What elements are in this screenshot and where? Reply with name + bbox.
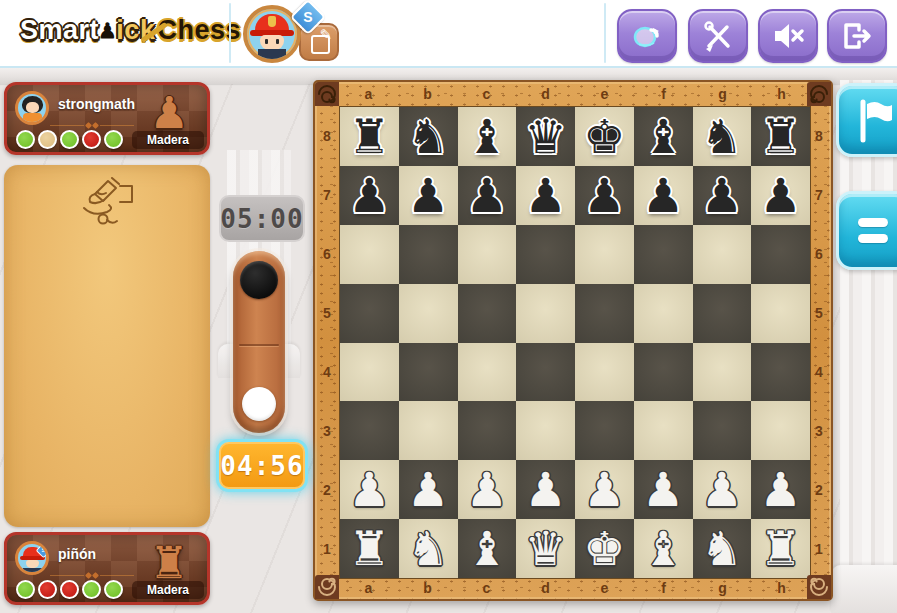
background-pillar-right <box>840 80 897 613</box>
performance-dot-tan <box>38 130 57 149</box>
square-a4[interactable] <box>340 343 399 402</box>
coordinate-label: h <box>752 577 811 598</box>
square-g6[interactable] <box>693 225 752 284</box>
topbar-divider <box>229 3 231 63</box>
performance-dot-red <box>38 580 57 599</box>
white-rook-a1[interactable]: ♜ <box>348 525 390 572</box>
coordinate-label: g <box>693 577 752 598</box>
square-g4[interactable] <box>693 343 752 402</box>
mute-button[interactable] <box>758 9 818 63</box>
square-e7[interactable]: ♟ <box>575 166 634 225</box>
coordinate-label: d <box>516 577 575 598</box>
app-logo: Smart♟ickChess <box>20 15 241 46</box>
white-king-e1[interactable]: ♚ <box>583 525 625 572</box>
chess-board: abcdefgh abcdefgh 87654321 87654321 ♜♞♝♛… <box>313 80 833 601</box>
performance-dot-green <box>16 130 35 149</box>
coordinate-label: 8 <box>318 106 336 165</box>
square-d8[interactable]: ♛ <box>516 107 575 166</box>
draw-bars-icon <box>858 218 888 227</box>
coordinate-label: 3 <box>810 402 828 461</box>
black-pawn-h7[interactable]: ♟ <box>760 172 802 219</box>
square-a2[interactable]: ♟ <box>340 460 399 519</box>
performance-dot-red <box>82 130 101 149</box>
square-e3[interactable] <box>575 401 634 460</box>
speaker-muted-icon <box>770 18 806 54</box>
coordinate-label: f <box>634 577 693 598</box>
spiral-ornament-icon <box>315 82 339 106</box>
black-queen-d8[interactable]: ♛ <box>525 113 567 160</box>
black-rook-h8[interactable]: ♜ <box>760 113 802 160</box>
board-squares: ♜♞♝♛♚♝♞♜♟♟♟♟♟♟♟♟♟♟♟♟♟♟♟♟♜♞♝♛♚♝♞♜ <box>339 106 811 579</box>
white-pawn-d2[interactable]: ♟ <box>525 466 567 513</box>
square-a1[interactable]: ♜ <box>340 519 399 578</box>
white-bishop-c1[interactable]: ♝ <box>466 525 508 572</box>
square-a7[interactable]: ♟ <box>340 166 399 225</box>
white-knight-g1[interactable]: ♞ <box>701 525 743 572</box>
jacket <box>258 49 286 61</box>
logo-text-smart: Smart <box>20 15 99 45</box>
white-pawn-f2[interactable]: ♟ <box>642 466 684 513</box>
exit-icon <box>839 18 875 54</box>
pencil-icon: ✎ <box>319 26 332 44</box>
flag-icon <box>851 96 895 144</box>
my-performance-dots <box>16 580 123 599</box>
square-f3[interactable] <box>634 401 693 460</box>
spiral-ornament-icon <box>807 575 831 599</box>
square-f2[interactable]: ♟ <box>634 460 693 519</box>
logo-text-ick: ick <box>116 15 155 45</box>
draw-bars-icon <box>858 234 888 243</box>
coordinate-label: 2 <box>810 461 828 520</box>
square-a6[interactable] <box>340 225 399 284</box>
black-pawn-e7[interactable]: ♟ <box>583 172 625 219</box>
black-bishop-f8[interactable]: ♝ <box>642 113 684 160</box>
square-g8[interactable]: ♞ <box>693 107 752 166</box>
flip-board-button[interactable] <box>617 9 677 63</box>
square-c1[interactable]: ♝ <box>458 519 517 578</box>
coordinate-label: a <box>339 83 398 104</box>
black-king-e8[interactable]: ♚ <box>583 113 625 160</box>
square-d1[interactable]: ♛ <box>516 519 575 578</box>
square-e1[interactable]: ♚ <box>575 519 634 578</box>
opponent-clock-time: 05:00 <box>220 204 303 234</box>
white-queen-d1[interactable]: ♛ <box>525 525 567 572</box>
square-c8[interactable]: ♝ <box>458 107 517 166</box>
square-f5[interactable] <box>634 284 693 343</box>
performance-dot-green <box>104 580 123 599</box>
coordinate-label: 5 <box>318 283 336 342</box>
square-b7[interactable]: ♟ <box>399 166 458 225</box>
white-pawn-a2[interactable]: ♟ <box>348 466 390 513</box>
coordinate-label: a <box>339 577 398 598</box>
performance-dot-green <box>82 580 101 599</box>
square-h6[interactable] <box>751 225 810 284</box>
coordinate-label: c <box>457 83 516 104</box>
draw-button[interactable] <box>836 191 897 270</box>
opponent-performance-dots <box>16 130 123 149</box>
rank-labels-right: 87654321 <box>810 106 828 579</box>
coordinate-label: h <box>752 83 811 104</box>
card-divider <box>37 122 147 129</box>
file-labels-bottom: abcdefgh <box>339 577 811 598</box>
topbar-divider <box>604 3 606 63</box>
black-rook-a8[interactable]: ♜ <box>348 113 390 160</box>
square-f6[interactable] <box>634 225 693 284</box>
square-g3[interactable] <box>693 401 752 460</box>
black-pawn-d7[interactable]: ♟ <box>525 172 567 219</box>
black-knight-g8[interactable]: ♞ <box>701 113 743 160</box>
logo-pawn-icon: ♟ <box>98 19 117 42</box>
resign-button[interactable] <box>836 83 897 157</box>
square-d7[interactable]: ♟ <box>516 166 575 225</box>
white-pawn-c2[interactable]: ♟ <box>466 466 508 513</box>
my-clock-time: 04:56 <box>220 451 303 481</box>
square-d5[interactable] <box>516 284 575 343</box>
white-knight-b1[interactable]: ♞ <box>407 525 449 572</box>
square-h3[interactable] <box>751 401 810 460</box>
square-c2[interactable]: ♟ <box>458 460 517 519</box>
white-bishop-f1[interactable]: ♝ <box>642 525 684 572</box>
coordinate-label: 6 <box>810 224 828 283</box>
coordinate-label: b <box>398 577 457 598</box>
black-pawn-c7[interactable]: ♟ <box>466 172 508 219</box>
coordinate-label: 1 <box>318 520 336 579</box>
square-e5[interactable] <box>575 284 634 343</box>
black-turn-dot <box>240 261 278 299</box>
square-b4[interactable] <box>399 343 458 402</box>
white-pawn-h2[interactable]: ♟ <box>760 466 802 513</box>
coordinate-label: 5 <box>810 283 828 342</box>
move-notation-panel <box>4 165 210 527</box>
coordinate-label: g <box>693 83 752 104</box>
square-a8[interactable]: ♜ <box>340 107 399 166</box>
my-league-badge: Madera <box>132 581 204 599</box>
square-h5[interactable] <box>751 284 810 343</box>
performance-dot-green <box>104 130 123 149</box>
my-name: piñón <box>58 546 96 562</box>
black-pawn-g7[interactable]: ♟ <box>701 172 743 219</box>
top-bar: Smart♟ickChess ✎ S <box>0 0 897 68</box>
square-d6[interactable] <box>516 225 575 284</box>
black-knight-b8[interactable]: ♞ <box>407 113 449 160</box>
square-h7[interactable]: ♟ <box>751 166 810 225</box>
square-h8[interactable]: ♜ <box>751 107 810 166</box>
coordinate-label: d <box>516 83 575 104</box>
coordinate-label: 7 <box>810 165 828 224</box>
coordinate-label: 1 <box>810 520 828 579</box>
face <box>260 35 284 50</box>
square-b6[interactable] <box>399 225 458 284</box>
flip-board-icon <box>629 18 665 54</box>
square-b2[interactable]: ♟ <box>399 460 458 519</box>
square-f7[interactable]: ♟ <box>634 166 693 225</box>
my-player-card: S piñón ♜ Madera <box>4 532 210 605</box>
coordinate-label: 8 <box>810 106 828 165</box>
square-f1[interactable]: ♝ <box>634 519 693 578</box>
coordinate-label: e <box>575 83 634 104</box>
app-window: Smart♟ickChess ✎ S <box>0 0 897 613</box>
coordinate-label: 3 <box>318 402 336 461</box>
my-clock: 04:56 <box>219 442 305 489</box>
white-pawn-g2[interactable]: ♟ <box>701 466 743 513</box>
black-bishop-c8[interactable]: ♝ <box>466 113 508 160</box>
white-turn-dot <box>242 387 276 421</box>
square-d4[interactable] <box>516 343 575 402</box>
square-d3[interactable] <box>516 401 575 460</box>
square-f4[interactable] <box>634 343 693 402</box>
square-c6[interactable] <box>458 225 517 284</box>
square-g7[interactable]: ♟ <box>693 166 752 225</box>
coordinate-label: c <box>457 577 516 598</box>
file-labels-top: abcdefgh <box>339 83 811 104</box>
square-b1[interactable]: ♞ <box>399 519 458 578</box>
performance-dot-green <box>60 130 79 149</box>
profile-avatar[interactable]: ✎ S <box>243 4 343 64</box>
coordinate-label: 4 <box>318 343 336 402</box>
black-pawn-a7[interactable]: ♟ <box>348 172 390 219</box>
square-e4[interactable] <box>575 343 634 402</box>
rank-labels-left: 87654321 <box>318 106 336 579</box>
black-pawn-b7[interactable]: ♟ <box>407 172 449 219</box>
coordinate-label: 2 <box>318 461 336 520</box>
performance-dot-green <box>16 580 35 599</box>
coordinate-label: e <box>575 577 634 598</box>
white-rook-h1[interactable]: ♜ <box>760 525 802 572</box>
my-avatar: S <box>15 541 49 575</box>
opponent-name: strongmath <box>58 96 135 112</box>
settings-button[interactable] <box>688 9 748 63</box>
square-h1[interactable]: ♜ <box>751 519 810 578</box>
black-pawn-f7[interactable]: ♟ <box>642 172 684 219</box>
card-divider <box>37 572 147 579</box>
square-g1[interactable]: ♞ <box>693 519 752 578</box>
square-g2[interactable]: ♟ <box>693 460 752 519</box>
coordinate-label: b <box>398 83 457 104</box>
square-h4[interactable] <box>751 343 810 402</box>
square-e6[interactable] <box>575 225 634 284</box>
white-pawn-b2[interactable]: ♟ <box>407 466 449 513</box>
square-e8[interactable]: ♚ <box>575 107 634 166</box>
square-f8[interactable]: ♝ <box>634 107 693 166</box>
square-c4[interactable] <box>458 343 517 402</box>
square-c7[interactable]: ♟ <box>458 166 517 225</box>
square-a3[interactable] <box>340 401 399 460</box>
writing-hand-icon <box>72 177 142 229</box>
coordinate-label: 7 <box>318 165 336 224</box>
coordinate-label: 4 <box>810 343 828 402</box>
square-e2[interactable]: ♟ <box>575 460 634 519</box>
exit-button[interactable] <box>827 9 887 63</box>
square-d2[interactable]: ♟ <box>516 460 575 519</box>
square-c3[interactable] <box>458 401 517 460</box>
square-c5[interactable] <box>458 284 517 343</box>
spiral-ornament-icon <box>315 575 339 599</box>
square-a5[interactable] <box>340 284 399 343</box>
white-pawn-e2[interactable]: ♟ <box>583 466 625 513</box>
square-g5[interactable] <box>693 284 752 343</box>
helmet-badge <box>268 16 276 27</box>
square-h2[interactable]: ♟ <box>751 460 810 519</box>
tools-icon <box>700 18 736 54</box>
opponent-clock: 05:00 <box>219 195 305 242</box>
performance-dot-red <box>60 580 79 599</box>
square-b8[interactable]: ♞ <box>399 107 458 166</box>
spiral-ornament-icon <box>807 82 831 106</box>
coordinate-label: 6 <box>318 224 336 283</box>
square-b5[interactable] <box>399 284 458 343</box>
square-b3[interactable] <box>399 401 458 460</box>
opponent-avatar <box>15 91 49 125</box>
opponent-league-badge: Madera <box>132 131 204 149</box>
turn-lever <box>233 251 285 433</box>
opponent-card: strongmath ♟ Madera <box>4 82 210 155</box>
coordinate-label: f <box>634 83 693 104</box>
